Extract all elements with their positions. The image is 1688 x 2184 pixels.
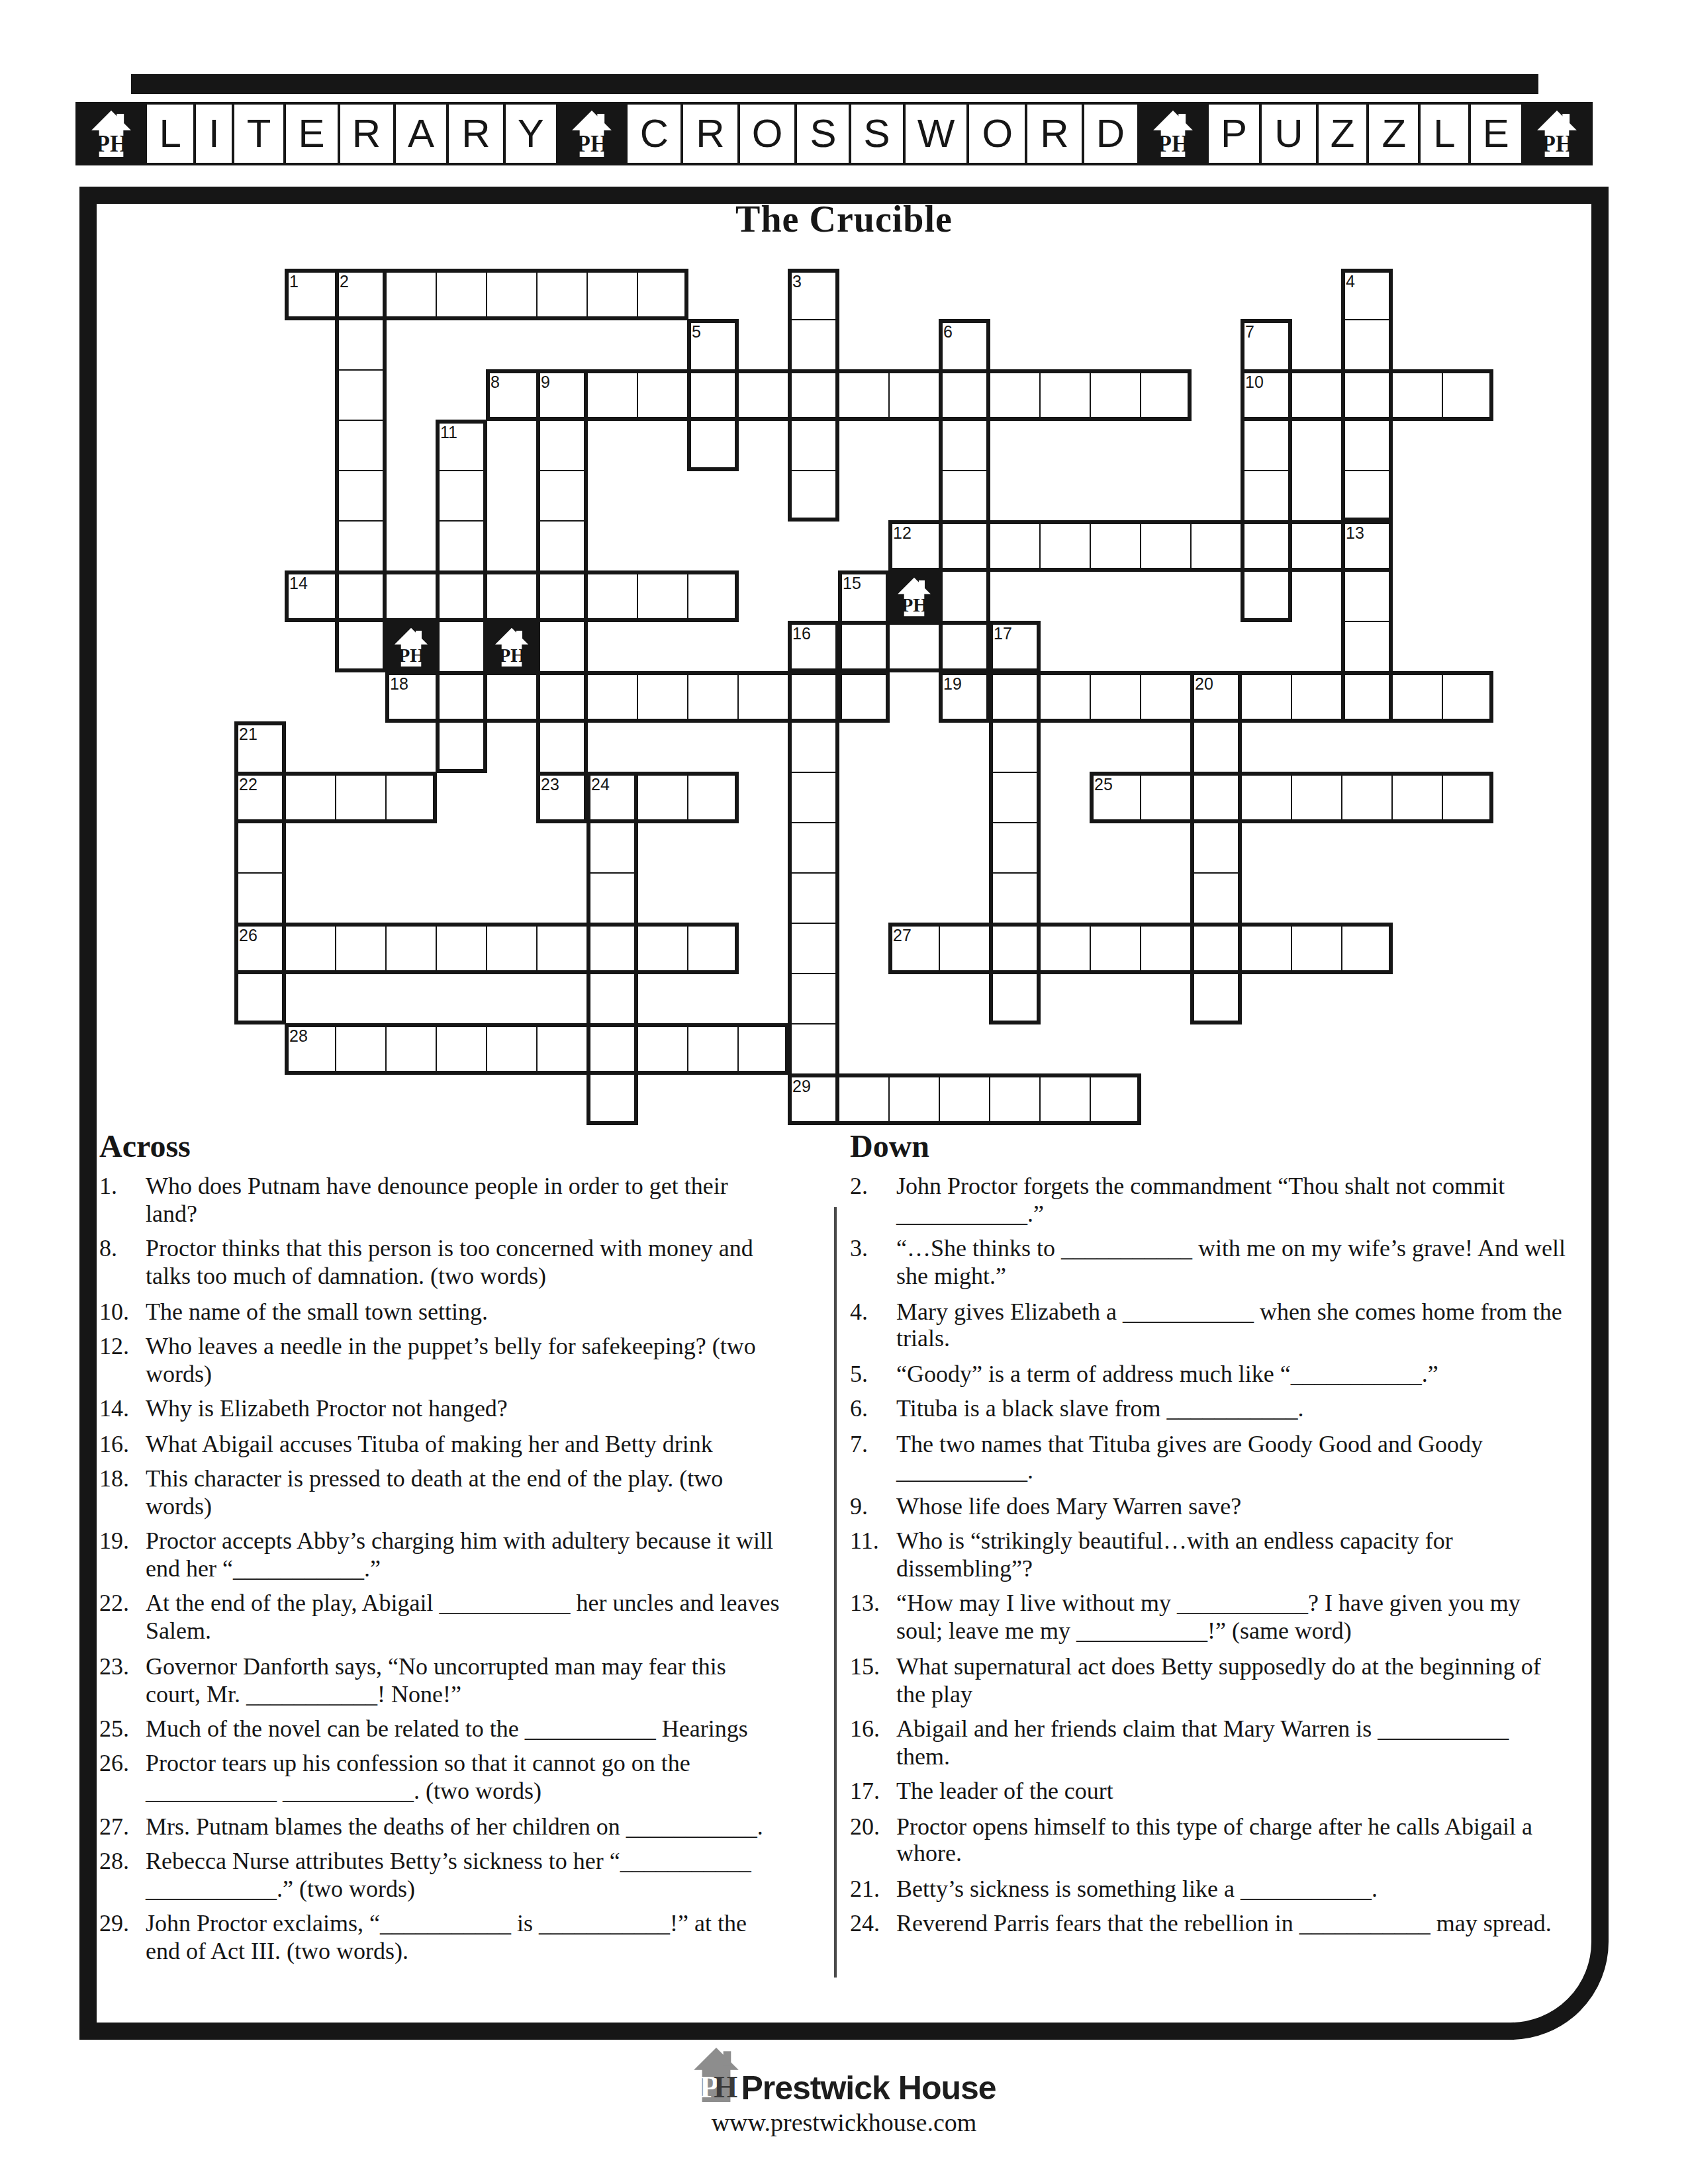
clue-item-number: 21. [850,1876,896,1903]
grid-cell[interactable] [1039,671,1091,723]
grid-cell[interactable] [436,621,487,672]
clue-item-text: John Proctor forgets the commandment “Th… [896,1173,1568,1228]
grid-cell[interactable] [285,570,336,622]
grid-cell[interactable] [536,420,588,471]
grid-cell[interactable] [788,420,839,471]
clue-item: 7.The two names that Tituba gives are Go… [850,1430,1568,1486]
grid-cell[interactable] [234,872,286,924]
grid-cell[interactable] [637,269,688,320]
grid-cell[interactable] [586,671,638,723]
grid-cell[interactable] [1341,369,1393,421]
banner-letter-tile: R [447,102,505,165]
grid-cell[interactable] [1039,1073,1091,1125]
grid-cell[interactable] [788,621,839,672]
grid-cell[interactable] [1190,520,1242,572]
clue-item: 3.“…She thinks to ___________ with me on… [850,1236,1568,1291]
grid-cell[interactable] [687,369,739,421]
clue-item-number: 26. [99,1751,146,1806]
clue-item-text: Whose life does Mary Warren save? [896,1493,1568,1521]
grid-cell[interactable] [1341,621,1393,672]
grid-cell[interactable] [586,1073,638,1125]
grid-cell[interactable] [1090,923,1141,974]
grid-cell[interactable] [1391,369,1443,421]
grid-cell[interactable] [788,319,839,371]
clue-item-number: 14. [99,1395,146,1423]
grid-cell[interactable] [536,269,588,320]
grid-cell[interactable] [335,621,387,672]
grid-cell[interactable] [486,671,538,723]
grid-cell[interactable] [536,671,588,723]
grid-cell[interactable] [586,772,638,823]
grid-cell[interactable] [1039,520,1091,572]
banner-letter-tile: Z [1315,102,1370,165]
grid-cell[interactable] [737,369,789,421]
clue-item: 26.Proctor tears up his confession so th… [99,1751,782,1806]
clue-item-text: The name of the small town setting. [146,1298,782,1326]
grid-cell[interactable] [1241,923,1292,974]
grid-cell[interactable] [1442,369,1493,421]
grid-cell[interactable] [939,369,990,421]
grid-cell[interactable] [939,923,990,974]
clue-item-number: 10. [99,1298,146,1326]
clue-item-text: Rebecca Nurse attributes Betty’s sicknes… [146,1848,782,1903]
grid-cell[interactable] [1391,772,1443,823]
grid-cell[interactable] [989,822,1041,874]
clue-item-number: 8. [99,1236,146,1291]
grid-cell[interactable] [788,772,839,823]
grid-cell[interactable] [436,671,487,723]
clue-item: 20.Proctor opens himself to this type of… [850,1813,1568,1868]
grid-cell[interactable] [586,872,638,924]
grid-cell[interactable] [1291,772,1342,823]
grid-cell[interactable] [1190,822,1242,874]
grid-cell[interactable] [788,973,839,1024]
clue-item-number: 16. [850,1715,896,1771]
column-divider [834,1207,837,1978]
svg-text:H: H [714,2070,737,2102]
clue-item-text: Governor Danforth says, “No uncorrupted … [146,1653,782,1708]
grid-cell[interactable] [436,1023,487,1075]
grid-cell[interactable] [1190,872,1242,924]
clue-item-text: Much of the novel can be related to the … [146,1715,782,1743]
publisher-url: www.prestwickhouse.com [0,2109,1688,2138]
grid-cell[interactable] [385,570,437,622]
clue-item: 21.Betty’s sickness is something like a … [850,1876,1568,1903]
grid-cell[interactable] [1090,772,1141,823]
publisher-logo: P H Prestwick House [692,2052,996,2107]
clue-item-number: 22. [99,1590,146,1646]
grid-cell[interactable] [1341,470,1393,522]
grid-cell[interactable] [536,721,588,773]
clue-item-text: Who does Putnam have denounce people in … [146,1173,782,1228]
grid-cell[interactable] [536,621,588,672]
grid-cell[interactable] [1039,369,1091,421]
clue-item: 11.Who is “strikingly beautiful…with an … [850,1527,1568,1583]
grid-cell[interactable] [436,721,487,773]
grid-cell[interactable] [989,520,1041,572]
grid-cell[interactable] [1190,721,1242,773]
grid-cell[interactable] [687,1023,739,1075]
grid-cell[interactable] [939,1073,990,1125]
grid-cell[interactable] [234,822,286,874]
grid-cell[interactable] [1341,671,1393,723]
grid-cell[interactable] [939,621,990,672]
grid-cell[interactable] [385,1023,437,1075]
banner-letter-tile: R [681,102,739,165]
clue-item-number: 5. [850,1361,896,1388]
grid-cell[interactable] [687,319,739,371]
grid-cell[interactable] [234,772,286,823]
clue-item-number: 3. [850,1236,896,1291]
grid-cell[interactable] [335,520,387,572]
banner-title-tiles: PHLITERARY PHCROSSWORD PHPUZZLE PH [75,102,1593,165]
grid-cell[interactable] [335,470,387,522]
grid-cell[interactable] [436,420,487,471]
grid-cell[interactable] [1140,671,1192,723]
grid-cell[interactable] [989,772,1041,823]
grid-cell[interactable] [1241,772,1292,823]
grid-cell[interactable] [1291,671,1342,723]
clue-item-text: Betty’s sickness is something like a ___… [896,1876,1568,1903]
clue-item-number: 12. [99,1333,146,1388]
grid-cell[interactable] [838,570,890,622]
grid-cell[interactable] [1140,923,1192,974]
grid-cell[interactable] [1090,520,1141,572]
grid-cell[interactable] [234,721,286,773]
grid-cell[interactable] [285,269,336,320]
grid-cell[interactable] [939,420,990,471]
grid-cell[interactable] [1190,973,1242,1024]
banner-letter-tile: S [795,102,851,165]
grid-cell[interactable] [335,772,387,823]
grid-cell[interactable] [737,1023,789,1075]
banner-letter-tile: E [1468,102,1524,165]
clue-item-number: 9. [850,1493,896,1521]
grid-cell[interactable] [335,1023,387,1075]
clue-item: 19.Proctor accepts Abby’s charging him w… [99,1527,782,1583]
grid-cell[interactable] [1442,772,1493,823]
grid-cell[interactable] [586,369,638,421]
grid-cell[interactable] [486,369,538,421]
banner-letter-tile: E [283,102,340,165]
clue-item-number: 2. [850,1173,896,1228]
ph-house-icon: P H [692,2048,739,2107]
clue-item: 5.“Goody” is a term of address much like… [850,1361,1568,1388]
banner-letter-tile: W [902,102,970,165]
clue-item: 14.Why is Elizabeth Proctor not hanged? [99,1395,782,1423]
down-heading: Down [850,1129,929,1165]
clue-item-text: Proctor tears up his confession so that … [146,1751,782,1806]
down-clue-list: 2.John Proctor forgets the commandment “… [850,1173,1568,1945]
grid-cell[interactable] [838,621,890,672]
ph-house-icon: PH [1521,102,1593,165]
grid-cell[interactable] [838,1073,890,1125]
grid-cell[interactable] [1291,369,1342,421]
grid-cell[interactable] [788,1073,839,1125]
grid-cell[interactable] [536,369,588,421]
grid-cell[interactable] [1341,570,1393,622]
grid-cell[interactable] [335,570,387,622]
clue-item-text: What Abigail accuses Tituba of making he… [146,1430,782,1458]
grid-cell[interactable] [285,923,336,974]
svg-text:PH: PH [577,131,609,157]
grid-cell[interactable] [1442,671,1493,723]
banner-letter-tile: A [393,102,449,165]
clue-item-text: The leader of the court [896,1778,1568,1805]
grid-cell[interactable] [1341,420,1393,471]
grid-cell[interactable] [989,721,1041,773]
clue-item-number: 16. [99,1430,146,1458]
clue-item-number: 1. [99,1173,146,1228]
banner-letter-tile: R [337,102,395,165]
clue-item-number: 25. [99,1715,146,1743]
grid-cell[interactable] [788,923,839,974]
clue-item: 6.Tituba is a black slave from _________… [850,1395,1568,1423]
grid-cell[interactable] [385,772,437,823]
clue-item-number: 20. [850,1813,896,1868]
clue-item: 1.Who does Putnam have denounce people i… [99,1173,782,1228]
grid-cell[interactable] [1241,369,1292,421]
grid-cell[interactable] [838,369,890,421]
grid-cell[interactable] [1391,671,1443,723]
grid-cell[interactable] [788,470,839,522]
grid-cell[interactable] [335,369,387,421]
grid-cell[interactable] [1190,772,1242,823]
across-clue-list: 1.Who does Putnam have denounce people i… [99,1173,782,1973]
clue-item-number: 28. [99,1848,146,1903]
grid-cell[interactable] [888,621,940,672]
grid-cell[interactable] [989,973,1041,1024]
grid-cell[interactable] [1241,520,1292,572]
grid-cell[interactable] [586,973,638,1024]
grid-cell[interactable] [989,1073,1041,1125]
grid-cell[interactable] [335,420,387,471]
grid-cell[interactable] [335,923,387,974]
grid-cell[interactable] [586,822,638,874]
grid-cell[interactable] [586,570,638,622]
worksheet-page: PHLITERARY PHCROSSWORD PHPUZZLE PH The C… [0,0,1688,2184]
grid-cell[interactable] [335,319,387,371]
clue-item-number: 13. [850,1590,896,1646]
banner-letter-tile: O [967,102,1028,165]
grid-cell[interactable] [637,570,688,622]
grid-cell[interactable] [1190,923,1242,974]
clue-item: 24.Reverend Parris fears that the rebell… [850,1910,1568,1938]
grid-cell[interactable] [234,973,286,1024]
grid-cell[interactable] [1090,369,1141,421]
banner-letter-tile: R [1025,102,1084,165]
grid-cell[interactable] [1341,319,1393,371]
grid-cell[interactable] [1341,772,1393,823]
publisher-name: Prestwick House [741,2069,996,2107]
banner-letter-tile: T [232,102,286,165]
grid-cell[interactable] [788,1023,839,1075]
clue-item-text: Reverend Parris fears that the rebellion… [896,1910,1568,1938]
grid-cell[interactable] [586,269,638,320]
footer: P H Prestwick House www.prestwickhouse.c… [0,2052,1688,2138]
banner-letter-tile: L [1419,102,1470,165]
grid-cell[interactable] [385,269,437,320]
grid-cell[interactable] [1241,420,1292,471]
clue-item: 13.“How may I live without my __________… [850,1590,1568,1646]
grid-cell[interactable] [1291,520,1342,572]
grid-cell[interactable] [1341,923,1393,974]
clue-item-text: What supernatural act does Betty suppose… [896,1653,1568,1708]
grid-cell[interactable] [788,822,839,874]
grid-cell[interactable] [1140,520,1192,572]
clue-item-number: 27. [99,1813,146,1841]
clue-item: 29.John Proctor exclaims, “___________ i… [99,1910,782,1966]
grid-cell[interactable] [1039,923,1091,974]
grid-cell[interactable] [536,772,588,823]
grid-cell[interactable] [436,470,487,522]
grid-cell[interactable] [486,923,538,974]
grid-cell[interactable] [788,721,839,773]
across-heading: Across [99,1129,191,1165]
grid-cell[interactable] [536,923,588,974]
grid-cell[interactable] [1241,671,1292,723]
clue-item: 4.Mary gives Elizabeth a ___________ whe… [850,1298,1568,1353]
clue-item-number: 17. [850,1778,896,1805]
clue-item-number: 19. [99,1527,146,1583]
clue-item-number: 4. [850,1298,896,1353]
grid-cell[interactable] [939,470,990,522]
grid-cell[interactable] [939,319,990,371]
banner-letter-tile: U [1260,102,1318,165]
grid-cell[interactable] [586,1023,638,1075]
grid-cell[interactable] [888,520,940,572]
banner-letter-tile: C [625,102,683,165]
grid-cell[interactable] [586,923,638,974]
clue-item: 28.Rebecca Nurse attributes Betty’s sick… [99,1848,782,1903]
grid-cell[interactable] [335,269,387,320]
clue-item: 2.John Proctor forgets the commandment “… [850,1173,1568,1228]
grid-cell[interactable] [687,772,739,823]
grid-cell[interactable] [989,671,1041,723]
grid-cell[interactable] [234,923,286,974]
banner-letter-tile: L [144,102,196,165]
clue-item-number: 18. [99,1465,146,1521]
clue-item-text: “How may I live without my ___________? … [896,1590,1568,1646]
grid-cell[interactable] [1190,671,1242,723]
grid-cell[interactable] [989,923,1041,974]
grid-cell[interactable] [536,570,588,622]
clue-item: 8.Proctor thinks that this person is too… [99,1236,782,1291]
grid-cell[interactable] [486,269,538,320]
clue-item-number: 7. [850,1430,896,1486]
grid-cell[interactable] [939,520,990,572]
grid-cell[interactable] [536,520,588,572]
grid-cell[interactable] [989,369,1041,421]
grid-cell[interactable] [285,1023,336,1075]
ph-house-icon: PH [1137,102,1209,165]
grid-cell[interactable] [939,570,990,622]
grid-cell[interactable] [436,520,487,572]
banner-letter-tile: I [193,102,234,165]
grid-cell[interactable] [1140,772,1192,823]
grid-cell[interactable] [637,369,688,421]
page-title: The Crucible [0,199,1688,241]
grid-cell[interactable] [1241,319,1292,371]
clue-item-number: 15. [850,1653,896,1708]
grid-cell[interactable] [939,671,990,723]
grid-cell[interactable] [436,570,487,622]
banner-letter-tile: S [849,102,905,165]
grid-cell[interactable] [637,1023,688,1075]
grid-cell[interactable] [637,671,688,723]
clue-item-text: Proctor thinks that this person is too c… [146,1236,782,1291]
grid-cell[interactable] [486,570,538,622]
grid-cell[interactable] [888,369,940,421]
grid-cell[interactable] [385,671,437,723]
grid-cell[interactable] [989,872,1041,924]
svg-text:PH: PH [901,594,928,615]
banner-top-bar [131,74,1538,94]
crossword-grid: PH PH PH12345678910111213141516171819202… [234,269,1493,1125]
clue-item: 10.The name of the small town setting. [99,1298,782,1326]
grid-cell[interactable] [1140,369,1192,421]
grid-cell[interactable] [637,923,688,974]
grid-cell[interactable] [1241,470,1292,522]
clue-item: 12.Who leaves a needle in the puppet’s b… [99,1333,782,1388]
grid-cell[interactable] [737,671,789,723]
clue-item: 16.What Abigail accuses Tituba of making… [99,1430,782,1458]
grid-cell[interactable] [1090,1073,1141,1125]
grid-cell[interactable] [536,1023,588,1075]
grid-cell[interactable] [838,671,890,723]
clue-item-number: 24. [850,1910,896,1938]
grid-cell[interactable] [385,923,437,974]
clue-item: 17.The leader of the court [850,1778,1568,1805]
grid-cell[interactable] [285,772,336,823]
grid-cell[interactable] [687,420,739,471]
grid-cell[interactable] [637,772,688,823]
ph-house-icon: PH [556,102,628,165]
ph-logo-cell: PH [888,570,940,622]
clue-item-text: Who is “strikingly beautiful…with an end… [896,1527,1568,1583]
clue-item: 18.This character is pressed to death at… [99,1465,782,1521]
grid-cell[interactable] [888,923,940,974]
banner-letter-tile: P [1206,102,1262,165]
grid-cell[interactable] [536,470,588,522]
grid-cell[interactable] [788,671,839,723]
clue-item: 15.What supernatural act does Betty supp… [850,1653,1568,1708]
clue-item-number: 11. [850,1527,896,1583]
svg-text:PH: PH [498,644,526,665]
grid-cell[interactable] [1241,570,1292,622]
grid-cell[interactable] [1341,269,1393,320]
grid-cell[interactable] [989,621,1041,672]
svg-text:PH: PH [1542,131,1574,157]
grid-cell[interactable] [687,923,739,974]
grid-cell[interactable] [888,1073,940,1125]
grid-cell[interactable] [687,570,739,622]
grid-cell[interactable] [1341,520,1393,572]
ph-logo-cell: PH [486,621,538,672]
banner-letter-tile: O [737,102,798,165]
grid-cell[interactable] [1090,671,1141,723]
grid-cell[interactable] [788,369,839,421]
grid-cell[interactable] [486,1023,538,1075]
grid-cell[interactable] [788,269,839,320]
grid-cell[interactable] [436,923,487,974]
grid-cell[interactable] [687,671,739,723]
grid-cell[interactable] [1291,923,1342,974]
grid-cell[interactable] [788,872,839,924]
clue-item-text: This character is pressed to death at th… [146,1465,782,1521]
clue-item-text: Proctor accepts Abby’s charging him with… [146,1527,782,1583]
grid-cell[interactable] [436,269,487,320]
